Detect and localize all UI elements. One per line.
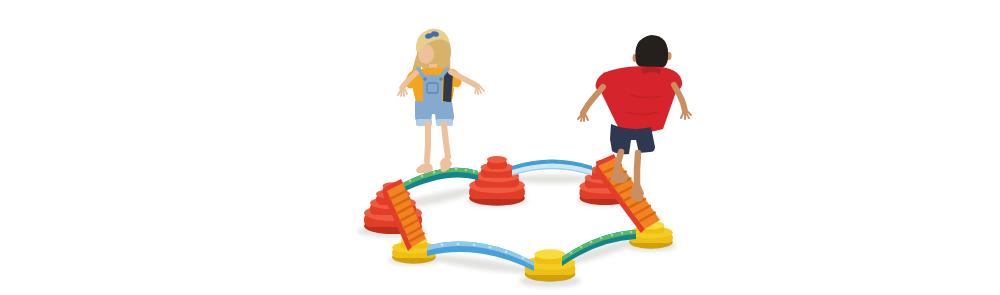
boy-shirt [601, 66, 677, 132]
girl-balancing [398, 29, 484, 173]
boy-hair [635, 35, 668, 69]
stepping-stone-red-top-center [469, 156, 525, 206]
girl-legs [416, 124, 452, 173]
beam-blue-top [512, 160, 592, 176]
scene-canvas: Two young children with arms outstretche… [0, 0, 1000, 295]
girl-overall-shorts [415, 101, 454, 122]
product-photo: Two young children with arms outstretche… [0, 0, 1000, 295]
